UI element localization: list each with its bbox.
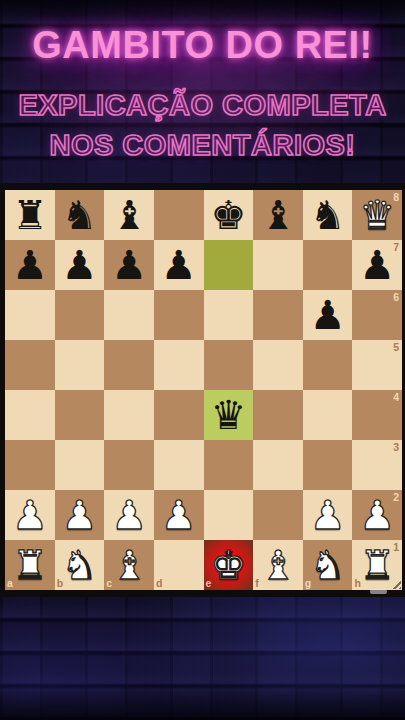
white-pawn[interactable]: ♟ bbox=[5, 490, 55, 540]
black-pawn[interactable]: ♟ bbox=[104, 240, 154, 290]
black-pawn[interactable]: ♟ bbox=[55, 240, 105, 290]
white-rook[interactable]: ♜ bbox=[5, 540, 55, 590]
square-d1[interactable]: d bbox=[154, 540, 204, 590]
white-king[interactable]: ♚ bbox=[204, 540, 254, 590]
square-c5[interactable] bbox=[104, 340, 154, 390]
square-a7[interactable]: ♟ bbox=[5, 240, 55, 290]
square-d5[interactable] bbox=[154, 340, 204, 390]
square-a6[interactable] bbox=[5, 290, 55, 340]
square-f7[interactable] bbox=[253, 240, 303, 290]
white-bishop[interactable]: ♝ bbox=[253, 540, 303, 590]
subtitle-line-1: EXPLICAÇÃO COMPLETA bbox=[0, 89, 405, 122]
square-f1[interactable]: ♝f bbox=[253, 540, 303, 590]
square-e3[interactable] bbox=[204, 440, 254, 490]
square-b2[interactable]: ♟ bbox=[55, 490, 105, 540]
square-g5[interactable] bbox=[303, 340, 353, 390]
file-label-d: d bbox=[156, 578, 162, 589]
white-queen[interactable]: ♛ bbox=[352, 190, 402, 240]
square-h1[interactable]: ♜1h bbox=[352, 540, 402, 590]
square-h7[interactable]: ♟7 bbox=[352, 240, 402, 290]
white-pawn[interactable]: ♟ bbox=[154, 490, 204, 540]
square-e7[interactable] bbox=[204, 240, 254, 290]
square-d7[interactable]: ♟ bbox=[154, 240, 204, 290]
square-h5[interactable]: 5 bbox=[352, 340, 402, 390]
square-c3[interactable] bbox=[104, 440, 154, 490]
square-e2[interactable] bbox=[204, 490, 254, 540]
square-a3[interactable] bbox=[5, 440, 55, 490]
square-b4[interactable] bbox=[55, 390, 105, 440]
square-g4[interactable] bbox=[303, 390, 353, 440]
square-h2[interactable]: ♟2 bbox=[352, 490, 402, 540]
square-f2[interactable] bbox=[253, 490, 303, 540]
square-f8[interactable]: ♝ bbox=[253, 190, 303, 240]
black-bishop[interactable]: ♝ bbox=[253, 190, 303, 240]
square-d2[interactable]: ♟ bbox=[154, 490, 204, 540]
page-title: GAMBITO DO REI! bbox=[0, 24, 405, 67]
rank-label-3: 3 bbox=[393, 442, 399, 453]
square-d6[interactable] bbox=[154, 290, 204, 340]
black-pawn[interactable]: ♟ bbox=[303, 290, 353, 340]
square-e1[interactable]: ♚e bbox=[204, 540, 254, 590]
square-d8[interactable] bbox=[154, 190, 204, 240]
square-c4[interactable] bbox=[104, 390, 154, 440]
watermark bbox=[370, 589, 387, 594]
square-b7[interactable]: ♟ bbox=[55, 240, 105, 290]
white-bishop[interactable]: ♝ bbox=[104, 540, 154, 590]
square-e4[interactable]: ♛ bbox=[204, 390, 254, 440]
white-pawn[interactable]: ♟ bbox=[55, 490, 105, 540]
black-knight[interactable]: ♞ bbox=[55, 190, 105, 240]
board-frame: ♜♞♝♚♝♞♛8♟♟♟♟♟7♟65♛43♟♟♟♟♟♟2♜a♞b♝cd♚e♝f♞g… bbox=[0, 183, 405, 597]
white-knight[interactable]: ♞ bbox=[55, 540, 105, 590]
square-g7[interactable] bbox=[303, 240, 353, 290]
subtitle-line-2: NOS COMENTÁRIOS! bbox=[0, 129, 405, 162]
black-queen[interactable]: ♛ bbox=[204, 390, 254, 440]
black-rook[interactable]: ♜ bbox=[5, 190, 55, 240]
square-a5[interactable] bbox=[5, 340, 55, 390]
square-h6[interactable]: 6 bbox=[352, 290, 402, 340]
square-d3[interactable] bbox=[154, 440, 204, 490]
thumbnail-canvas: GAMBITO DO REI! EXPLICAÇÃO COMPLETA NOS … bbox=[0, 0, 405, 720]
square-h4[interactable]: 4 bbox=[352, 390, 402, 440]
black-bishop[interactable]: ♝ bbox=[104, 190, 154, 240]
square-a2[interactable]: ♟ bbox=[5, 490, 55, 540]
square-b3[interactable] bbox=[55, 440, 105, 490]
black-pawn[interactable]: ♟ bbox=[5, 240, 55, 290]
square-b8[interactable]: ♞ bbox=[55, 190, 105, 240]
rank-label-6: 6 bbox=[393, 292, 399, 303]
square-g8[interactable]: ♞ bbox=[303, 190, 353, 240]
square-f6[interactable] bbox=[253, 290, 303, 340]
square-b1[interactable]: ♞b bbox=[55, 540, 105, 590]
square-e8[interactable]: ♚ bbox=[204, 190, 254, 240]
square-g3[interactable] bbox=[303, 440, 353, 490]
white-pawn[interactable]: ♟ bbox=[104, 490, 154, 540]
square-h3[interactable]: 3 bbox=[352, 440, 402, 490]
square-a8[interactable]: ♜ bbox=[5, 190, 55, 240]
black-king[interactable]: ♚ bbox=[204, 190, 254, 240]
square-f4[interactable] bbox=[253, 390, 303, 440]
square-c2[interactable]: ♟ bbox=[104, 490, 154, 540]
square-f3[interactable] bbox=[253, 440, 303, 490]
square-c6[interactable] bbox=[104, 290, 154, 340]
white-rook[interactable]: ♜ bbox=[352, 540, 402, 590]
square-e5[interactable] bbox=[204, 340, 254, 390]
square-d4[interactable] bbox=[154, 390, 204, 440]
square-c7[interactable]: ♟ bbox=[104, 240, 154, 290]
square-f5[interactable] bbox=[253, 340, 303, 390]
square-g2[interactable]: ♟ bbox=[303, 490, 353, 540]
square-b6[interactable] bbox=[55, 290, 105, 340]
rank-label-4: 4 bbox=[393, 392, 399, 403]
rank-label-5: 5 bbox=[393, 342, 399, 353]
square-c8[interactable]: ♝ bbox=[104, 190, 154, 240]
square-g1[interactable]: ♞g bbox=[303, 540, 353, 590]
square-a4[interactable] bbox=[5, 390, 55, 440]
black-knight[interactable]: ♞ bbox=[303, 190, 353, 240]
square-h8[interactable]: ♛8 bbox=[352, 190, 402, 240]
square-a1[interactable]: ♜a bbox=[5, 540, 55, 590]
black-pawn[interactable]: ♟ bbox=[154, 240, 204, 290]
white-pawn[interactable]: ♟ bbox=[352, 490, 402, 540]
square-g6[interactable]: ♟ bbox=[303, 290, 353, 340]
square-e6[interactable] bbox=[204, 290, 254, 340]
square-b5[interactable] bbox=[55, 340, 105, 390]
white-knight[interactable]: ♞ bbox=[303, 540, 353, 590]
chess-board[interactable]: ♜♞♝♚♝♞♛8♟♟♟♟♟7♟65♛43♟♟♟♟♟♟2♜a♞b♝cd♚e♝f♞g… bbox=[5, 190, 402, 590]
white-pawn[interactable]: ♟ bbox=[303, 490, 353, 540]
black-pawn[interactable]: ♟ bbox=[352, 240, 402, 290]
square-c1[interactable]: ♝c bbox=[104, 540, 154, 590]
